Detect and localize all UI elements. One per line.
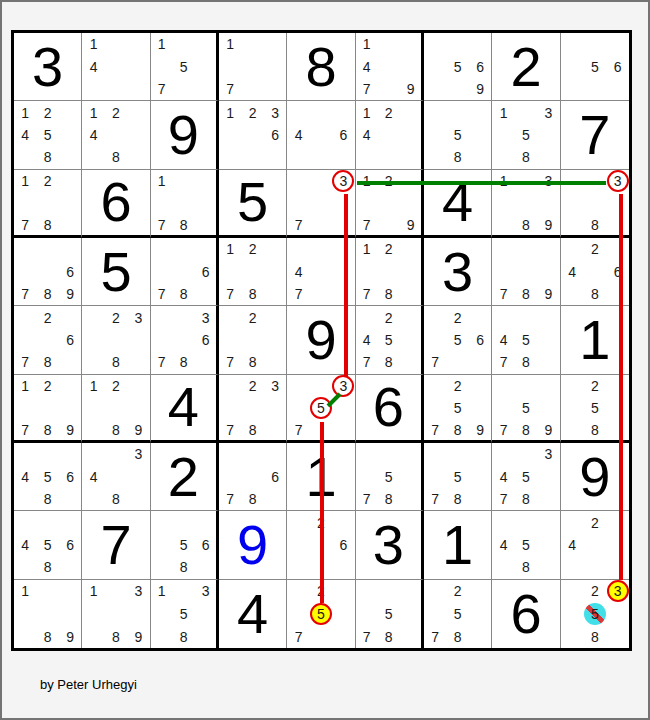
candidate-8: 8 — [105, 488, 127, 510]
cell-r7c8[interactable]: 34578 — [492, 443, 560, 511]
cell-r3c2[interactable]: 6 — [82, 170, 150, 238]
cell-r2c2[interactable]: 1248 — [82, 101, 150, 169]
candidate-4: 4 — [14, 534, 36, 556]
cell-r7c1[interactable]: 4568 — [14, 443, 82, 511]
candidate-5: 5 — [37, 124, 59, 146]
candidate-7: 7 — [151, 78, 173, 100]
candidate-3: 3 — [332, 170, 354, 192]
candidate-7: 7 — [14, 214, 36, 236]
candidate-5: 5 — [37, 466, 59, 488]
candidates: 569 — [424, 33, 491, 100]
cell-r1c1[interactable]: 3 — [14, 33, 82, 101]
cell-value: 2 — [510, 39, 541, 95]
cell-value: 8 — [305, 39, 336, 95]
candidate-6: 6 — [264, 466, 286, 488]
candidate-7: 7 — [424, 626, 446, 648]
cell-r6c7[interactable]: 25789 — [424, 375, 492, 443]
cell-r1c7[interactable]: 569 — [424, 33, 492, 101]
candidate-5: 5 — [584, 56, 606, 78]
candidate-8: 8 — [515, 488, 537, 510]
candidate-5: 5 — [584, 603, 606, 625]
candidates: 578 — [424, 443, 491, 510]
candidate-3: 3 — [332, 375, 354, 397]
cell-r3c9[interactable]: 38 — [561, 170, 629, 238]
candidate-7: 7 — [151, 351, 173, 373]
candidates: 568 — [151, 511, 217, 578]
candidates: 34578 — [492, 443, 559, 510]
candidate-7: 7 — [356, 214, 378, 236]
candidates: 348 — [82, 443, 149, 510]
candidate-5: 5 — [378, 466, 400, 488]
cell-r1c8[interactable]: 2 — [492, 33, 560, 101]
candidate-7: 7 — [424, 419, 446, 441]
cell-r7c2[interactable]: 348 — [82, 443, 150, 511]
cell-r6c8[interactable]: 5789 — [492, 375, 560, 443]
cell-r6c3[interactable]: 4 — [151, 375, 219, 443]
candidate-3: 3 — [127, 580, 149, 602]
cell-r8c5[interactable]: 26 — [287, 511, 355, 579]
candidate-4: 4 — [493, 329, 515, 351]
candidates: 124 — [356, 101, 422, 168]
candidate-2: 2 — [584, 238, 606, 260]
candidates: 14 — [82, 33, 149, 100]
candidate-3: 3 — [537, 170, 559, 192]
cell-r9c2[interactable]: 1389 — [82, 580, 150, 648]
candidate-1: 1 — [493, 102, 515, 124]
candidate-6: 6 — [264, 124, 286, 146]
candidate-7: 7 — [288, 214, 310, 236]
candidate-6: 6 — [469, 56, 491, 78]
candidates: 1389 — [82, 580, 149, 648]
cell-r7c3[interactable]: 2 — [151, 443, 219, 511]
cell-r4c7[interactable]: 3 — [424, 238, 492, 306]
candidates: 1358 — [492, 101, 559, 168]
candidates: 12789 — [14, 375, 81, 440]
cell-r3c4[interactable]: 5 — [219, 170, 287, 238]
candidate-9: 9 — [127, 626, 149, 648]
candidate-8: 8 — [447, 626, 469, 648]
candidate-2: 2 — [37, 375, 59, 397]
candidate-7: 7 — [151, 214, 173, 236]
candidates: 37 — [287, 170, 354, 235]
candidate-1: 1 — [83, 102, 105, 124]
candidate-4: 4 — [356, 56, 378, 78]
candidate-9: 9 — [537, 419, 559, 441]
cell-r8c2[interactable]: 7 — [82, 511, 150, 579]
candidate-1: 1 — [151, 33, 173, 55]
candidate-5: 5 — [378, 329, 400, 351]
candidate-8: 8 — [515, 214, 537, 236]
candidate-6: 6 — [59, 466, 81, 488]
candidate-8: 8 — [447, 419, 469, 441]
cell-r5c9[interactable]: 1 — [561, 306, 629, 374]
cell-value: 7 — [579, 107, 610, 163]
cell-value: 7 — [100, 517, 131, 573]
cell-r7c6[interactable]: 578 — [356, 443, 424, 511]
cell-r1c6[interactable]: 1479 — [356, 33, 424, 101]
candidate-4: 4 — [561, 261, 583, 283]
cell-r6c2[interactable]: 1289 — [82, 375, 150, 443]
cell-r4c6[interactable]: 1278 — [356, 238, 424, 306]
cell-value: 4 — [168, 379, 199, 435]
cell-r2c3[interactable]: 9 — [151, 101, 219, 169]
candidate-8: 8 — [515, 556, 537, 578]
cell-r6c9[interactable]: 258 — [561, 375, 629, 443]
candidates: 46 — [287, 101, 354, 168]
candidate-8: 8 — [37, 626, 59, 648]
cell-value: 6 — [100, 174, 131, 230]
candidates: 278 — [219, 306, 286, 373]
candidate-8: 8 — [447, 488, 469, 510]
candidate-5: 5 — [447, 397, 469, 419]
candidates: 1358 — [151, 580, 217, 648]
candidate-1: 1 — [14, 170, 36, 192]
cell-r9c8[interactable]: 6 — [492, 580, 560, 648]
cell-r3c8[interactable]: 1389 — [492, 170, 560, 238]
candidate-7: 7 — [288, 283, 310, 305]
candidate-2: 2 — [378, 238, 400, 260]
cell-r9c3[interactable]: 1358 — [151, 580, 219, 648]
cell-r1c5[interactable]: 8 — [287, 33, 355, 101]
cell-r4c8[interactable]: 789 — [492, 238, 560, 306]
candidate-7: 7 — [14, 419, 36, 441]
candidate-1: 1 — [356, 33, 378, 55]
cell-value: 9 — [168, 107, 199, 163]
candidate-5: 5 — [173, 534, 195, 556]
cell-r8c7[interactable]: 1 — [424, 511, 492, 579]
cell-r9c7[interactable]: 2578 — [424, 580, 492, 648]
cell-value: 4 — [442, 174, 473, 230]
candidates: 17 — [219, 33, 286, 100]
cell-r9c6[interactable]: 578 — [356, 580, 424, 648]
candidate-2: 2 — [105, 307, 127, 329]
candidate-8: 8 — [242, 419, 264, 441]
candidate-8: 8 — [37, 419, 59, 441]
cell-r5c2[interactable]: 238 — [82, 306, 150, 374]
candidate-2: 2 — [310, 512, 332, 534]
candidates: 25789 — [424, 375, 491, 440]
cell-r5c6[interactable]: 24578 — [356, 306, 424, 374]
candidate-8: 8 — [378, 488, 400, 510]
candidate-6: 6 — [607, 56, 629, 78]
candidate-8: 8 — [242, 488, 264, 510]
cell-r9c4[interactable]: 4 — [219, 580, 287, 648]
candidates: 1278 — [14, 170, 81, 235]
cell-r5c3[interactable]: 3678 — [151, 306, 219, 374]
candidate-8: 8 — [584, 283, 606, 305]
cell-r4c2[interactable]: 5 — [82, 238, 150, 306]
candidate-6: 6 — [607, 261, 629, 283]
candidate-2: 2 — [242, 102, 264, 124]
cell-value: 1 — [579, 312, 610, 368]
cell-r3c7[interactable]: 4 — [424, 170, 492, 238]
candidates: 257 — [287, 580, 354, 648]
candidate-4: 4 — [561, 534, 583, 556]
candidate-4: 4 — [288, 124, 310, 146]
candidate-6: 6 — [59, 329, 81, 351]
cell-r6c5[interactable]: 357 — [287, 375, 355, 443]
cell-r3c1[interactable]: 1278 — [14, 170, 82, 238]
credit: by Peter Urhegyi — [40, 677, 137, 692]
candidate-3: 3 — [607, 580, 629, 602]
candidate-8: 8 — [173, 283, 195, 305]
cell-r2c9[interactable]: 7 — [561, 101, 629, 169]
candidate-9: 9 — [537, 214, 559, 236]
candidate-6: 6 — [59, 261, 81, 283]
candidate-8: 8 — [242, 283, 264, 305]
candidate-2: 2 — [242, 238, 264, 260]
candidate-1: 1 — [151, 170, 173, 192]
candidates: 157 — [151, 33, 217, 100]
candidate-7: 7 — [493, 488, 515, 510]
candidates: 458 — [492, 511, 559, 578]
cell-r2c1[interactable]: 12458 — [14, 101, 82, 169]
candidates: 47 — [287, 238, 354, 305]
cell-r3c3[interactable]: 178 — [151, 170, 219, 238]
candidate-5: 5 — [37, 534, 59, 556]
candidate-9: 9 — [59, 283, 81, 305]
cell-r1c2[interactable]: 14 — [82, 33, 150, 101]
page: 3141571781479569256124581248912364612458… — [0, 0, 650, 720]
cell-r5c8[interactable]: 4578 — [492, 306, 560, 374]
candidate-7: 7 — [493, 283, 515, 305]
candidate-3: 3 — [264, 102, 286, 124]
candidate-8: 8 — [37, 351, 59, 373]
candidate-9: 9 — [469, 78, 491, 100]
cell-r6c1[interactable]: 12789 — [14, 375, 82, 443]
candidate-7: 7 — [424, 351, 446, 373]
candidate-3: 3 — [127, 443, 149, 465]
cell-r9c1[interactable]: 189 — [14, 580, 82, 648]
candidate-9: 9 — [537, 283, 559, 305]
candidate-5: 5 — [515, 329, 537, 351]
candidate-6: 6 — [195, 534, 217, 556]
candidates: 2378 — [219, 375, 286, 440]
candidate-8: 8 — [515, 283, 537, 305]
candidate-8: 8 — [584, 626, 606, 648]
candidates: 38 — [561, 170, 629, 235]
cell-r1c4[interactable]: 17 — [219, 33, 287, 101]
candidate-9: 9 — [59, 626, 81, 648]
cell-r4c1[interactable]: 6789 — [14, 238, 82, 306]
candidate-2: 2 — [310, 580, 332, 602]
candidates: 258 — [561, 375, 629, 440]
candidate-8: 8 — [447, 146, 469, 168]
candidate-8: 8 — [173, 626, 195, 648]
cell-r8c3[interactable]: 568 — [151, 511, 219, 579]
candidate-5: 5 — [447, 56, 469, 78]
cell-r8c4[interactable]: 9 — [219, 511, 287, 579]
candidate-1: 1 — [356, 170, 378, 192]
cell-value: 1 — [442, 517, 473, 573]
candidate-3: 3 — [537, 443, 559, 465]
candidates: 26 — [287, 511, 354, 578]
candidates: 1479 — [356, 33, 422, 100]
cell-r3c6[interactable]: 1279 — [356, 170, 424, 238]
candidates: 357 — [287, 375, 354, 440]
candidate-5: 5 — [173, 603, 195, 625]
candidate-2: 2 — [584, 375, 606, 397]
candidates: 1248 — [82, 101, 149, 168]
candidate-8: 8 — [378, 283, 400, 305]
cell-r1c9[interactable]: 56 — [561, 33, 629, 101]
candidate-6: 6 — [59, 534, 81, 556]
candidates: 24 — [561, 511, 629, 578]
cell-r4c4[interactable]: 1278 — [219, 238, 287, 306]
cell-r2c6[interactable]: 124 — [356, 101, 424, 169]
candidate-7: 7 — [219, 488, 241, 510]
cell-r5c5[interactable]: 9 — [287, 306, 355, 374]
cell-r8c1[interactable]: 4568 — [14, 511, 82, 579]
candidate-7: 7 — [288, 419, 310, 441]
candidates: 2468 — [561, 238, 629, 305]
cell-r2c5[interactable]: 46 — [287, 101, 355, 169]
candidates: 2678 — [14, 306, 81, 373]
candidate-4: 4 — [288, 261, 310, 283]
candidate-3: 3 — [264, 375, 286, 397]
candidate-1: 1 — [219, 102, 241, 124]
candidate-8: 8 — [515, 419, 537, 441]
cell-value: 2 — [168, 449, 199, 505]
candidate-7: 7 — [356, 351, 378, 373]
cell-r3c5[interactable]: 37 — [287, 170, 355, 238]
candidate-2: 2 — [37, 102, 59, 124]
cell-r7c7[interactable]: 578 — [424, 443, 492, 511]
cell-r5c7[interactable]: 2567 — [424, 306, 492, 374]
candidate-4: 4 — [493, 534, 515, 556]
candidate-9: 9 — [400, 214, 422, 236]
candidate-8: 8 — [37, 214, 59, 236]
cell-value: 6 — [373, 379, 404, 435]
candidates: 1289 — [82, 375, 149, 440]
candidate-1: 1 — [14, 375, 36, 397]
cell-value: 3 — [32, 39, 63, 95]
candidate-5: 5 — [310, 603, 332, 625]
cell-r6c6[interactable]: 6 — [356, 375, 424, 443]
cell-r6c4[interactable]: 2378 — [219, 375, 287, 443]
candidate-6: 6 — [332, 124, 354, 146]
candidate-1: 1 — [83, 580, 105, 602]
cell-r8c9[interactable]: 24 — [561, 511, 629, 579]
candidates: 24578 — [356, 306, 422, 373]
candidate-2: 2 — [242, 307, 264, 329]
cell-r5c4[interactable]: 278 — [219, 306, 287, 374]
candidate-5: 5 — [447, 603, 469, 625]
candidate-8: 8 — [37, 146, 59, 168]
candidate-7: 7 — [356, 283, 378, 305]
candidate-2: 2 — [584, 512, 606, 534]
candidate-8: 8 — [378, 626, 400, 648]
candidate-7: 7 — [14, 351, 36, 373]
cell-r4c3[interactable]: 678 — [151, 238, 219, 306]
candidate-8: 8 — [105, 351, 127, 373]
candidates: 12458 — [14, 101, 81, 168]
candidates: 56 — [561, 33, 629, 100]
cell-r1c3[interactable]: 157 — [151, 33, 219, 101]
candidates: 1236 — [219, 101, 286, 168]
candidates: 578 — [356, 580, 422, 648]
candidates: 5789 — [492, 375, 559, 440]
cell-r4c9[interactable]: 2468 — [561, 238, 629, 306]
candidate-7: 7 — [493, 351, 515, 373]
candidate-1: 1 — [219, 33, 241, 55]
candidate-8: 8 — [378, 351, 400, 373]
candidate-5: 5 — [310, 397, 332, 419]
cell-r5c1[interactable]: 2678 — [14, 306, 82, 374]
cell-value: 5 — [237, 174, 268, 230]
cell-r7c5[interactable]: 1 — [287, 443, 355, 511]
cell-r9c9[interactable]: 2358 — [561, 580, 629, 648]
candidate-9: 9 — [127, 419, 149, 441]
cell-r2c7[interactable]: 58 — [424, 101, 492, 169]
candidate-5: 5 — [378, 603, 400, 625]
cell-r9c5[interactable]: 257 — [287, 580, 355, 648]
candidate-4: 4 — [83, 466, 105, 488]
candidate-1: 1 — [14, 580, 36, 602]
candidates: 789 — [492, 238, 559, 305]
candidate-8: 8 — [105, 146, 127, 168]
cell-r4c5[interactable]: 47 — [287, 238, 355, 306]
candidates: 678 — [151, 238, 217, 305]
cell-value: 5 — [100, 244, 131, 300]
candidate-5: 5 — [584, 397, 606, 419]
candidate-3: 3 — [195, 580, 217, 602]
cell-r7c9[interactable]: 9 — [561, 443, 629, 511]
candidate-7: 7 — [356, 626, 378, 648]
candidates: 189 — [14, 580, 81, 648]
candidate-8: 8 — [173, 556, 195, 578]
candidates: 1278 — [356, 238, 422, 305]
candidate-6: 6 — [469, 329, 491, 351]
candidate-8: 8 — [515, 146, 537, 168]
candidates: 2578 — [424, 580, 491, 648]
candidate-2: 2 — [584, 580, 606, 602]
candidate-4: 4 — [356, 124, 378, 146]
candidate-2: 2 — [447, 375, 469, 397]
cell-r2c8[interactable]: 1358 — [492, 101, 560, 169]
candidate-2: 2 — [105, 102, 127, 124]
candidate-1: 1 — [356, 238, 378, 260]
cell-r7c4[interactable]: 678 — [219, 443, 287, 511]
candidate-1: 1 — [83, 375, 105, 397]
candidate-7: 7 — [424, 488, 446, 510]
candidate-2: 2 — [447, 580, 469, 602]
candidate-1: 1 — [356, 102, 378, 124]
cell-r2c4[interactable]: 1236 — [219, 101, 287, 169]
candidate-5: 5 — [515, 124, 537, 146]
candidate-5: 5 — [447, 124, 469, 146]
candidate-4: 4 — [493, 466, 515, 488]
candidate-4: 4 — [83, 56, 105, 78]
candidates: 178 — [151, 170, 217, 235]
candidate-3: 3 — [537, 102, 559, 124]
candidate-3: 3 — [195, 307, 217, 329]
cell-value: 6 — [510, 586, 541, 642]
cell-r8c6[interactable]: 3 — [356, 511, 424, 579]
candidate-8: 8 — [173, 214, 195, 236]
candidate-7: 7 — [356, 78, 378, 100]
cell-r8c8[interactable]: 458 — [492, 511, 560, 579]
candidate-5: 5 — [173, 56, 195, 78]
cell-value: 3 — [442, 244, 473, 300]
candidate-2: 2 — [105, 375, 127, 397]
candidate-1: 1 — [493, 170, 515, 192]
candidate-4: 4 — [356, 329, 378, 351]
candidates: 578 — [356, 443, 422, 510]
candidate-7: 7 — [288, 626, 310, 648]
candidates: 1389 — [492, 170, 559, 235]
candidate-2: 2 — [378, 170, 400, 192]
